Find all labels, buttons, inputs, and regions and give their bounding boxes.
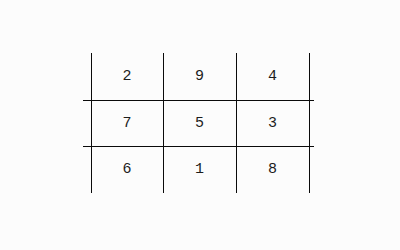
cell-r3c2: 1 — [163, 146, 236, 193]
grid-line-vertical-4 — [309, 53, 310, 193]
cell-r2c3: 3 — [236, 100, 309, 146]
cell-r1c3: 4 — [236, 53, 309, 100]
cell-r3c3: 8 — [236, 146, 309, 193]
cell-grid: 2 9 4 7 5 3 6 1 8 — [91, 53, 309, 193]
magic-square-board: 2 9 4 7 5 3 6 1 8 — [0, 0, 400, 250]
cell-r1c1: 2 — [91, 53, 163, 100]
cell-r3c1: 6 — [91, 146, 163, 193]
cell-r2c1: 7 — [91, 100, 163, 146]
cell-r2c2: 5 — [163, 100, 236, 146]
cell-r1c2: 9 — [163, 53, 236, 100]
